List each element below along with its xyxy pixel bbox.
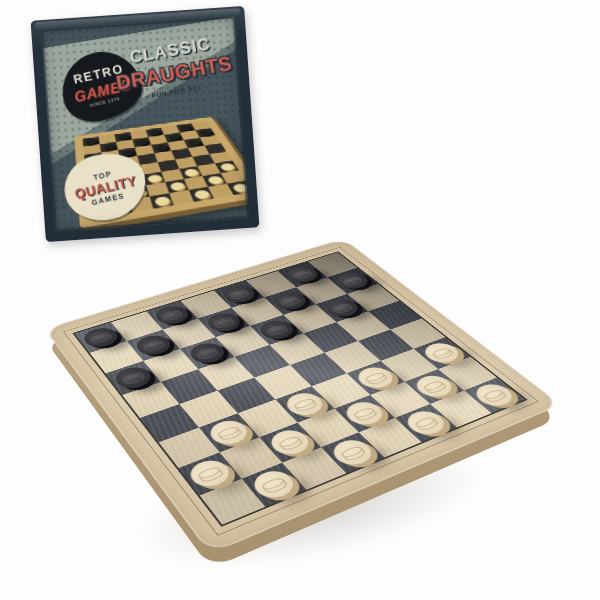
board-scene: ⛂⛂⛂⛂⛂⛂⛂⛂⛂⛂⛂⛂⛀⛀⛀⛀⛀⛀⛀⛀⛀⛀⛀⛀	[88, 163, 492, 567]
board-wooden-face: ⛂⛂⛂⛂⛂⛂⛂⛂⛂⛂⛂⛂⛀⛀⛀⛀⛀⛀⛀⛀⛀⛀⛀⛀	[44, 239, 561, 554]
product-photo: RETRO GAMES SINCE 1970 CLASSIC DRAUGHTS …	[0, 0, 600, 600]
draughts-board-grid: ⛂⛂⛂⛂⛂⛂⛂⛂⛂⛂⛂⛂⛀⛀⛀⛀⛀⛀⛀⛀⛀⛀⛀⛀	[72, 251, 527, 526]
board-tilt: ⛂⛂⛂⛂⛂⛂⛂⛂⛂⛂⛂⛂⛀⛀⛀⛀⛀⛀⛀⛀⛀⛀⛀⛀	[44, 239, 561, 554]
